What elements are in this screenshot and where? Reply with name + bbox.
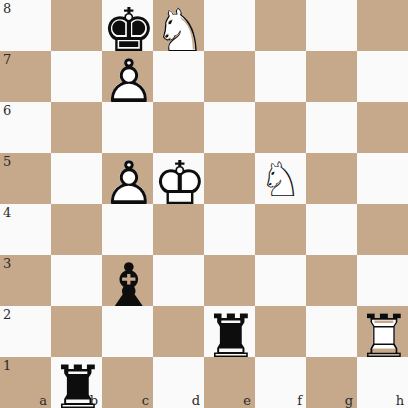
square-e3[interactable] — [204, 255, 255, 306]
black-rook-glyph: ♜ — [51, 357, 105, 408]
file-label-f: f — [297, 393, 302, 408]
square-f3[interactable] — [255, 255, 306, 306]
square-d5[interactable]: ♚♔ — [153, 153, 204, 204]
square-f8[interactable] — [255, 0, 306, 51]
square-d4[interactable] — [153, 204, 204, 255]
square-h3[interactable] — [357, 255, 408, 306]
square-c3[interactable]: ♝ — [102, 255, 153, 306]
square-h6[interactable] — [357, 102, 408, 153]
black-bishop-piece[interactable]: ♝ — [102, 255, 153, 306]
square-a5[interactable]: 5 — [0, 153, 51, 204]
square-h1[interactable]: h — [357, 357, 408, 408]
square-e7[interactable] — [204, 51, 255, 102]
rank-label-8: 8 — [3, 0, 11, 17]
rank-label-7: 7 — [3, 51, 11, 68]
square-e1[interactable]: e — [204, 357, 255, 408]
square-h7[interactable] — [357, 51, 408, 102]
square-f4[interactable] — [255, 204, 306, 255]
square-a7[interactable]: 7 — [0, 51, 51, 102]
square-b1[interactable]: b♜ — [51, 357, 102, 408]
rank-label-4: 4 — [3, 204, 11, 221]
square-a2[interactable]: 2 — [0, 306, 51, 357]
square-f6[interactable] — [255, 102, 306, 153]
square-h8[interactable] — [357, 0, 408, 51]
white-knight-piece[interactable]: ♞♘ — [255, 153, 306, 204]
file-label-c: c — [142, 393, 149, 408]
square-c5[interactable]: ♟♙ — [102, 153, 153, 204]
square-b2[interactable] — [51, 306, 102, 357]
chess-board: 8♚♞♘7♟♙65♟♙♚♔♞♘43♝2♜♜♖1ab♜cdefgh — [0, 0, 408, 408]
square-c8[interactable]: ♚ — [102, 0, 153, 51]
white-rook-piece[interactable]: ♜♖ — [357, 306, 408, 357]
rank-label-1: 1 — [3, 357, 11, 374]
square-b4[interactable] — [51, 204, 102, 255]
square-a1[interactable]: 1a — [0, 357, 51, 408]
square-e2[interactable]: ♜ — [204, 306, 255, 357]
square-g2[interactable] — [306, 306, 357, 357]
rank-label-3: 3 — [3, 255, 11, 272]
black-rook-piece[interactable]: ♜ — [51, 357, 102, 408]
square-h5[interactable] — [357, 153, 408, 204]
white-knight-glyph: ♘ — [259, 155, 302, 203]
square-g6[interactable] — [306, 102, 357, 153]
square-g4[interactable] — [306, 204, 357, 255]
square-h2[interactable]: ♜♖ — [357, 306, 408, 357]
square-d3[interactable] — [153, 255, 204, 306]
square-b3[interactable] — [51, 255, 102, 306]
square-d6[interactable] — [153, 102, 204, 153]
square-g7[interactable] — [306, 51, 357, 102]
square-c1[interactable]: c — [102, 357, 153, 408]
white-pawn-piece[interactable]: ♟♙ — [102, 51, 153, 102]
square-a6[interactable]: 6 — [0, 102, 51, 153]
square-c6[interactable] — [102, 102, 153, 153]
square-d1[interactable]: d — [153, 357, 204, 408]
file-label-d: d — [192, 393, 200, 408]
square-f7[interactable] — [255, 51, 306, 102]
white-pawn-piece[interactable]: ♟♙ — [102, 153, 153, 204]
square-d8[interactable]: ♞♘ — [153, 0, 204, 51]
square-d2[interactable] — [153, 306, 204, 357]
square-e6[interactable] — [204, 102, 255, 153]
square-a4[interactable]: 4 — [0, 204, 51, 255]
file-label-e: e — [243, 393, 251, 408]
square-g8[interactable] — [306, 0, 357, 51]
square-f5[interactable]: ♞♘ — [255, 153, 306, 204]
square-f1[interactable]: f — [255, 357, 306, 408]
square-e8[interactable] — [204, 0, 255, 51]
square-b8[interactable] — [51, 0, 102, 51]
square-e5[interactable] — [204, 153, 255, 204]
square-a8[interactable]: 8 — [0, 0, 51, 51]
square-b5[interactable] — [51, 153, 102, 204]
square-f2[interactable] — [255, 306, 306, 357]
square-c7[interactable]: ♟♙ — [102, 51, 153, 102]
square-b6[interactable] — [51, 102, 102, 153]
black-rook-piece[interactable]: ♜ — [204, 306, 255, 357]
square-d7[interactable] — [153, 51, 204, 102]
white-king-piece[interactable]: ♚♔ — [153, 153, 204, 204]
square-g1[interactable]: g — [306, 357, 357, 408]
square-g5[interactable] — [306, 153, 357, 204]
rank-label-6: 6 — [3, 102, 11, 119]
square-h4[interactable] — [357, 204, 408, 255]
square-a3[interactable]: 3 — [0, 255, 51, 306]
rank-label-5: 5 — [3, 153, 11, 170]
square-b7[interactable] — [51, 51, 102, 102]
square-c4[interactable] — [102, 204, 153, 255]
file-label-a: a — [39, 393, 47, 408]
black-king-piece[interactable]: ♚ — [102, 0, 153, 51]
white-knight-piece[interactable]: ♞♘ — [153, 0, 204, 51]
square-g3[interactable] — [306, 255, 357, 306]
rank-label-2: 2 — [3, 306, 11, 323]
file-label-g: g — [345, 393, 353, 408]
square-e4[interactable] — [204, 204, 255, 255]
square-c2[interactable] — [102, 306, 153, 357]
file-label-h: h — [396, 393, 404, 408]
